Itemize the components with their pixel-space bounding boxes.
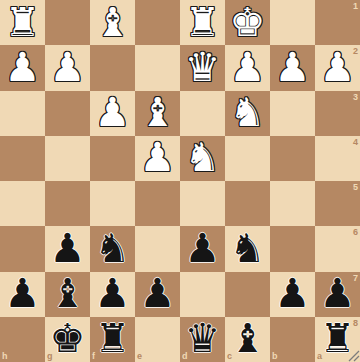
square-g7[interactable]: ♝ [45, 272, 90, 317]
coord-rank-5: 5 [353, 182, 358, 192]
square-h4[interactable] [0, 136, 45, 181]
coord-file-h: h [2, 351, 8, 361]
white-knight[interactable]: ♞ [185, 137, 221, 177]
white-pawn[interactable]: ♟ [5, 47, 41, 87]
square-h6[interactable] [0, 226, 45, 271]
square-e7[interactable]: ♟ [135, 272, 180, 317]
square-d2[interactable]: ♛ [180, 45, 225, 90]
square-a7[interactable]: ♟7 [315, 272, 360, 317]
square-f7[interactable]: ♟ [90, 272, 135, 317]
black-pawn[interactable]: ♟ [140, 273, 176, 313]
square-a3[interactable]: 3 [315, 91, 360, 136]
square-g2[interactable]: ♟ [45, 45, 90, 90]
square-c8[interactable]: ♝c [225, 317, 270, 362]
coord-file-c: c [227, 351, 232, 361]
square-f6[interactable]: ♞ [90, 226, 135, 271]
square-b5[interactable] [270, 181, 315, 226]
coord-file-b: b [272, 351, 278, 361]
coord-file-g: g [47, 351, 53, 361]
black-pawn[interactable]: ♟ [275, 273, 311, 313]
coord-file-f: f [92, 351, 95, 361]
square-g1[interactable] [45, 0, 90, 45]
square-h3[interactable] [0, 91, 45, 136]
square-d4[interactable]: ♞ [180, 136, 225, 181]
white-king[interactable]: ♚ [230, 2, 266, 42]
square-a1[interactable]: 1 [315, 0, 360, 45]
square-b3[interactable] [270, 91, 315, 136]
square-e5[interactable] [135, 181, 180, 226]
square-d6[interactable]: ♟ [180, 226, 225, 271]
black-pawn[interactable]: ♟ [5, 273, 41, 313]
square-b7[interactable]: ♟ [270, 272, 315, 317]
black-bishop[interactable]: ♝ [50, 273, 86, 313]
square-d5[interactable] [180, 181, 225, 226]
square-e1[interactable] [135, 0, 180, 45]
white-queen[interactable]: ♛ [185, 47, 221, 87]
black-pawn[interactable]: ♟ [320, 273, 356, 313]
coord-file-e: e [137, 351, 142, 361]
square-e2[interactable] [135, 45, 180, 90]
white-rook[interactable]: ♜ [5, 2, 41, 42]
white-pawn[interactable]: ♟ [95, 92, 131, 132]
coord-rank-6: 6 [353, 227, 358, 237]
square-f8[interactable]: ♜f [90, 317, 135, 362]
square-b4[interactable] [270, 136, 315, 181]
coord-rank-4: 4 [353, 137, 358, 147]
square-b6[interactable] [270, 226, 315, 271]
square-h5[interactable] [0, 181, 45, 226]
white-rook[interactable]: ♜ [185, 2, 221, 42]
square-h1[interactable]: ♜ [0, 0, 45, 45]
square-b8[interactable]: b [270, 317, 315, 362]
square-c4[interactable] [225, 136, 270, 181]
black-rook[interactable]: ♜ [95, 318, 131, 358]
white-knight[interactable]: ♞ [230, 92, 266, 132]
square-h7[interactable]: ♟ [0, 272, 45, 317]
square-d8[interactable]: ♛d [180, 317, 225, 362]
coord-rank-7: 7 [353, 273, 358, 283]
square-b2[interactable]: ♟ [270, 45, 315, 90]
square-e4[interactable]: ♟ [135, 136, 180, 181]
square-f1[interactable]: ♝ [90, 0, 135, 45]
square-g8[interactable]: ♚g [45, 317, 90, 362]
square-c5[interactable] [225, 181, 270, 226]
square-h8[interactable]: h [0, 317, 45, 362]
white-pawn[interactable]: ♟ [140, 137, 176, 177]
white-pawn[interactable]: ♟ [230, 47, 266, 87]
square-e8[interactable]: e [135, 317, 180, 362]
square-b1[interactable] [270, 0, 315, 45]
black-bishop[interactable]: ♝ [230, 318, 266, 358]
square-a6[interactable]: 6 [315, 226, 360, 271]
white-pawn[interactable]: ♟ [320, 47, 356, 87]
white-pawn[interactable]: ♟ [50, 47, 86, 87]
black-pawn[interactable]: ♟ [185, 228, 221, 268]
coord-file-d: d [182, 351, 188, 361]
square-c6[interactable]: ♞ [225, 226, 270, 271]
square-a4[interactable]: 4 [315, 136, 360, 181]
coord-rank-2: 2 [353, 46, 358, 56]
square-g3[interactable] [45, 91, 90, 136]
coord-file-a: a [317, 351, 322, 361]
square-g4[interactable] [45, 136, 90, 181]
square-c7[interactable] [225, 272, 270, 317]
white-pawn[interactable]: ♟ [275, 47, 311, 87]
white-bishop[interactable]: ♝ [140, 92, 176, 132]
black-knight[interactable]: ♞ [95, 228, 131, 268]
square-d1[interactable]: ♜ [180, 0, 225, 45]
black-pawn[interactable]: ♟ [50, 228, 86, 268]
black-king[interactable]: ♚ [50, 318, 86, 358]
square-c2[interactable]: ♟ [225, 45, 270, 90]
square-f5[interactable] [90, 181, 135, 226]
board-resize-handle-icon[interactable] [347, 349, 360, 362]
square-d7[interactable] [180, 272, 225, 317]
square-c1[interactable]: ♚ [225, 0, 270, 45]
square-e6[interactable] [135, 226, 180, 271]
square-f2[interactable] [90, 45, 135, 90]
square-g5[interactable] [45, 181, 90, 226]
black-knight[interactable]: ♞ [230, 228, 266, 268]
white-bishop[interactable]: ♝ [95, 2, 131, 42]
square-e3[interactable]: ♝ [135, 91, 180, 136]
coord-rank-8: 8 [353, 318, 358, 328]
coord-rank-1: 1 [353, 1, 358, 11]
chess-board: ♜♝♜♚1♟♟♛♟♟♟2♟♝♞3♟♞45♟♞♟♞6♟♝♟♟♟♟7h♚g♜fe♛d… [0, 0, 360, 362]
square-a5[interactable]: 5 [315, 181, 360, 226]
square-g6[interactable]: ♟ [45, 226, 90, 271]
black-pawn[interactable]: ♟ [95, 273, 131, 313]
square-f3[interactable]: ♟ [90, 91, 135, 136]
square-f4[interactable] [90, 136, 135, 181]
square-d3[interactable] [180, 91, 225, 136]
square-a2[interactable]: ♟2 [315, 45, 360, 90]
coord-rank-3: 3 [353, 92, 358, 102]
square-c3[interactable]: ♞ [225, 91, 270, 136]
square-h2[interactable]: ♟ [0, 45, 45, 90]
black-queen[interactable]: ♛ [185, 318, 221, 358]
